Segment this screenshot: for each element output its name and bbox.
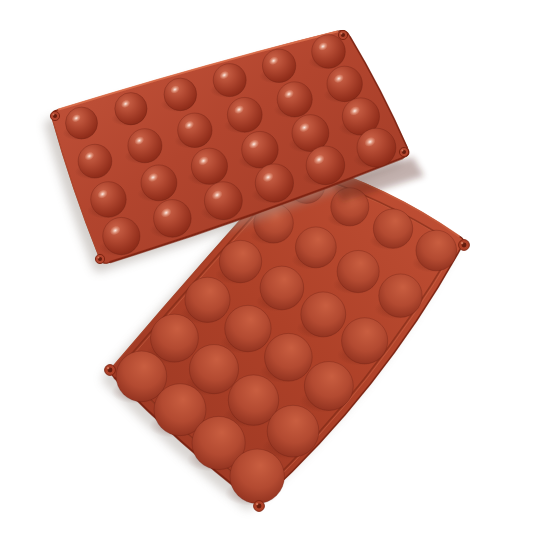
hole-edge-highlight: [461, 242, 463, 244]
hanging-hole: [254, 501, 265, 512]
hole-edge-highlight: [107, 367, 109, 369]
hanging-hole: [399, 147, 408, 156]
hanging-hole: [459, 240, 470, 251]
hanging-hole: [105, 365, 116, 376]
hole-edge-highlight: [52, 113, 54, 115]
hanging-hole: [338, 30, 347, 39]
product-photo: [0, 0, 533, 533]
hole-edge-highlight: [256, 503, 258, 505]
hole-edge-highlight: [340, 32, 342, 34]
molds-photo-svg: [0, 0, 533, 533]
hole-edge-highlight: [401, 149, 403, 151]
hanging-hole: [50, 111, 59, 120]
hanging-hole: [95, 254, 104, 263]
hole-edge-highlight: [97, 256, 99, 258]
